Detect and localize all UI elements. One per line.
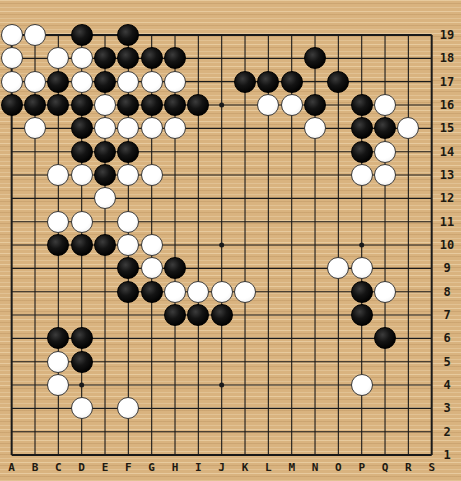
stone-black-P16[interactable] [351,94,373,116]
intersection-S18[interactable] [421,47,443,69]
stone-black-E17[interactable] [94,71,116,93]
intersection-G11[interactable] [141,211,163,233]
intersection-K2[interactable] [234,421,256,443]
intersection-K19[interactable] [234,24,256,46]
intersection-S5[interactable] [421,351,443,373]
intersection-M2[interactable] [281,421,303,443]
intersection-J13[interactable] [211,164,233,186]
intersection-S1[interactable] [421,444,443,466]
intersection-P17[interactable] [351,71,373,93]
intersection-G5[interactable] [141,351,163,373]
intersection-H5[interactable] [164,351,186,373]
intersection-A13[interactable] [1,164,23,186]
stone-white-E16[interactable] [94,94,116,116]
intersection-G3[interactable] [141,397,163,419]
intersection-A2[interactable] [1,421,23,443]
stone-white-G13[interactable] [141,164,163,186]
stone-black-P7[interactable] [351,304,373,326]
stone-black-G18[interactable] [141,47,163,69]
intersection-E19[interactable] [94,24,116,46]
intersection-S14[interactable] [421,141,443,163]
intersection-Q19[interactable] [374,24,396,46]
stone-black-F14[interactable] [117,141,139,163]
intersection-K16[interactable] [234,94,256,116]
intersection-D2[interactable] [71,421,93,443]
intersection-E5[interactable] [94,351,116,373]
stone-black-D15[interactable] [71,117,93,139]
intersection-N7[interactable] [304,304,326,326]
stone-white-C5[interactable] [47,351,69,373]
intersection-M8[interactable] [281,281,303,303]
intersection-P18[interactable] [351,47,373,69]
stone-black-D5[interactable] [71,351,93,373]
intersection-P3[interactable] [351,397,373,419]
intersection-S2[interactable] [421,421,443,443]
intersection-D8[interactable] [71,281,93,303]
stone-black-E13[interactable] [94,164,116,186]
intersection-B14[interactable] [24,141,46,163]
intersection-A7[interactable] [1,304,23,326]
intersection-I11[interactable] [187,211,209,233]
intersection-B2[interactable] [24,421,46,443]
intersection-P6[interactable] [351,327,373,349]
intersection-G19[interactable] [141,24,163,46]
intersection-S15[interactable] [421,117,443,139]
stone-black-G16[interactable] [141,94,163,116]
intersection-D9[interactable] [71,257,93,279]
stone-white-Q16[interactable] [374,94,396,116]
stone-white-D18[interactable] [71,47,93,69]
intersection-G1[interactable] [141,444,163,466]
stone-white-D11[interactable] [71,211,93,233]
intersection-S19[interactable] [421,24,443,46]
intersection-K13[interactable] [234,164,256,186]
stone-black-P14[interactable] [351,141,373,163]
intersection-S12[interactable] [421,187,443,209]
intersection-H10[interactable] [164,234,186,256]
stone-white-K8[interactable] [234,281,256,303]
intersection-H14[interactable] [164,141,186,163]
intersection-S13[interactable] [421,164,443,186]
intersection-E4[interactable] [94,374,116,396]
intersection-B5[interactable] [24,351,46,373]
stone-white-I8[interactable] [187,281,209,303]
intersection-L14[interactable] [257,141,279,163]
stone-white-A17[interactable] [1,71,23,93]
stone-black-O17[interactable] [327,71,349,93]
intersection-C14[interactable] [47,141,69,163]
intersection-L11[interactable] [257,211,279,233]
intersection-S3[interactable] [421,397,443,419]
intersection-A5[interactable] [1,351,23,373]
stone-black-D10[interactable] [71,234,93,256]
intersection-J1[interactable] [211,444,233,466]
intersection-J15[interactable] [211,117,233,139]
intersection-M18[interactable] [281,47,303,69]
intersection-A10[interactable] [1,234,23,256]
intersection-G4[interactable] [141,374,163,396]
intersection-P10[interactable] [351,234,373,256]
intersection-M6[interactable] [281,327,303,349]
stone-white-Q14[interactable] [374,141,396,163]
intersection-M14[interactable] [281,141,303,163]
intersection-S16[interactable] [421,94,443,116]
intersection-J18[interactable] [211,47,233,69]
intersection-A15[interactable] [1,117,23,139]
stone-black-D16[interactable] [71,94,93,116]
intersection-J6[interactable] [211,327,233,349]
intersection-N4[interactable] [304,374,326,396]
intersection-S11[interactable] [421,211,443,233]
intersection-B8[interactable] [24,281,46,303]
stone-black-G8[interactable] [141,281,163,303]
intersection-D1[interactable] [71,444,93,466]
stone-white-F17[interactable] [117,71,139,93]
intersection-N13[interactable] [304,164,326,186]
stone-black-F8[interactable] [117,281,139,303]
intersection-B11[interactable] [24,211,46,233]
intersection-N17[interactable] [304,71,326,93]
intersection-N14[interactable] [304,141,326,163]
intersection-N5[interactable] [304,351,326,373]
intersection-K10[interactable] [234,234,256,256]
intersection-A12[interactable] [1,187,23,209]
intersection-O2[interactable] [327,421,349,443]
intersection-N8[interactable] [304,281,326,303]
intersection-D12[interactable] [71,187,93,209]
intersection-R14[interactable] [397,141,419,163]
intersection-J9[interactable] [211,257,233,279]
stone-black-H16[interactable] [164,94,186,116]
intersection-R8[interactable] [397,281,419,303]
stone-white-A18[interactable] [1,47,23,69]
intersection-A1[interactable] [1,444,23,466]
intersection-A14[interactable] [1,141,23,163]
stone-black-B16[interactable] [24,94,46,116]
intersection-M3[interactable] [281,397,303,419]
stone-black-L17[interactable] [257,71,279,93]
intersection-M5[interactable] [281,351,303,373]
intersection-L2[interactable] [257,421,279,443]
intersection-H19[interactable] [164,24,186,46]
intersection-E7[interactable] [94,304,116,326]
stone-white-H17[interactable] [164,71,186,93]
intersection-E11[interactable] [94,211,116,233]
intersection-M10[interactable] [281,234,303,256]
intersection-K1[interactable] [234,444,256,466]
intersection-N19[interactable] [304,24,326,46]
intersection-H1[interactable] [164,444,186,466]
intersection-Q7[interactable] [374,304,396,326]
intersection-S9[interactable] [421,257,443,279]
intersection-O14[interactable] [327,141,349,163]
intersection-B1[interactable] [24,444,46,466]
intersection-I14[interactable] [187,141,209,163]
intersection-R2[interactable] [397,421,419,443]
intersection-J5[interactable] [211,351,233,373]
stone-black-P15[interactable] [351,117,373,139]
intersection-N1[interactable] [304,444,326,466]
intersection-N2[interactable] [304,421,326,443]
intersection-K4[interactable] [234,374,256,396]
intersection-R5[interactable] [397,351,419,373]
intersection-O5[interactable] [327,351,349,373]
intersection-P1[interactable] [351,444,373,466]
intersection-O11[interactable] [327,211,349,233]
intersection-J3[interactable] [211,397,233,419]
intersection-D4[interactable] [71,374,93,396]
intersection-F2[interactable] [117,421,139,443]
stone-white-D13[interactable] [71,164,93,186]
intersection-G7[interactable] [141,304,163,326]
stone-black-D19[interactable] [71,24,93,46]
intersection-I5[interactable] [187,351,209,373]
stone-black-C17[interactable] [47,71,69,93]
stone-black-P8[interactable] [351,281,373,303]
stone-black-D14[interactable] [71,141,93,163]
intersection-J17[interactable] [211,71,233,93]
intersection-A8[interactable] [1,281,23,303]
intersection-Q5[interactable] [374,351,396,373]
intersection-I2[interactable] [187,421,209,443]
intersection-B10[interactable] [24,234,46,256]
stone-white-G10[interactable] [141,234,163,256]
intersection-R17[interactable] [397,71,419,93]
stone-white-Q8[interactable] [374,281,396,303]
intersection-C8[interactable] [47,281,69,303]
intersection-J12[interactable] [211,187,233,209]
intersection-Q2[interactable] [374,421,396,443]
intersection-R11[interactable] [397,211,419,233]
stone-black-D6[interactable] [71,327,93,349]
intersection-H4[interactable] [164,374,186,396]
intersection-Q17[interactable] [374,71,396,93]
stone-white-Q13[interactable] [374,164,396,186]
intersection-P19[interactable] [351,24,373,46]
intersection-K11[interactable] [234,211,256,233]
intersection-A6[interactable] [1,327,23,349]
stone-black-K17[interactable] [234,71,256,93]
intersection-G12[interactable] [141,187,163,209]
stone-black-N16[interactable] [304,94,326,116]
intersection-H2[interactable] [164,421,186,443]
stone-white-B17[interactable] [24,71,46,93]
intersection-M1[interactable] [281,444,303,466]
intersection-L5[interactable] [257,351,279,373]
intersection-S17[interactable] [421,71,443,93]
stone-white-M16[interactable] [281,94,303,116]
intersection-K5[interactable] [234,351,256,373]
stone-black-M17[interactable] [281,71,303,93]
intersection-N11[interactable] [304,211,326,233]
intersection-S6[interactable] [421,327,443,349]
intersection-F5[interactable] [117,351,139,373]
intersection-J10[interactable] [211,234,233,256]
intersection-J2[interactable] [211,421,233,443]
intersection-I17[interactable] [187,71,209,93]
intersection-O8[interactable] [327,281,349,303]
intersection-M19[interactable] [281,24,303,46]
intersection-E1[interactable] [94,444,116,466]
stone-white-P9[interactable] [351,257,373,279]
intersection-A4[interactable] [1,374,23,396]
stone-black-E10[interactable] [94,234,116,256]
intersection-M13[interactable] [281,164,303,186]
intersection-K7[interactable] [234,304,256,326]
intersection-G14[interactable] [141,141,163,163]
intersection-Q10[interactable] [374,234,396,256]
intersection-S7[interactable] [421,304,443,326]
intersection-E2[interactable] [94,421,116,443]
intersection-M11[interactable] [281,211,303,233]
intersection-A11[interactable] [1,211,23,233]
intersection-P2[interactable] [351,421,373,443]
intersection-S10[interactable] [421,234,443,256]
stone-white-D17[interactable] [71,71,93,93]
intersection-A3[interactable] [1,397,23,419]
go-board-screen: ABCDEFGHIJKLMNOPQRS 19181716151413121110… [0,0,461,481]
stone-white-G15[interactable] [141,117,163,139]
intersection-S4[interactable] [421,374,443,396]
stone-white-P4[interactable] [351,374,373,396]
stone-white-F11[interactable] [117,211,139,233]
intersection-D7[interactable] [71,304,93,326]
stone-white-G9[interactable] [141,257,163,279]
intersection-K14[interactable] [234,141,256,163]
intersection-M9[interactable] [281,257,303,279]
intersection-H13[interactable] [164,164,186,186]
stone-white-B19[interactable] [24,24,46,46]
stone-black-J7[interactable] [211,304,233,326]
stone-white-C11[interactable] [47,211,69,233]
intersection-P11[interactable] [351,211,373,233]
stone-white-H8[interactable] [164,281,186,303]
intersection-L8[interactable] [257,281,279,303]
intersection-Q1[interactable] [374,444,396,466]
intersection-A9[interactable] [1,257,23,279]
intersection-B13[interactable] [24,164,46,186]
stone-white-G17[interactable] [141,71,163,93]
intersection-Q4[interactable] [374,374,396,396]
intersection-J11[interactable] [211,211,233,233]
stone-white-P13[interactable] [351,164,373,186]
stone-white-A19[interactable] [1,24,23,46]
stone-black-A16[interactable] [1,94,23,116]
intersection-E8[interactable] [94,281,116,303]
stone-black-H7[interactable] [164,304,186,326]
intersection-J14[interactable] [211,141,233,163]
intersection-P12[interactable] [351,187,373,209]
intersection-M4[interactable] [281,374,303,396]
intersection-P5[interactable] [351,351,373,373]
intersection-B4[interactable] [24,374,46,396]
stone-black-E14[interactable] [94,141,116,163]
intersection-M15[interactable] [281,117,303,139]
intersection-N10[interactable] [304,234,326,256]
intersection-H11[interactable] [164,211,186,233]
intersection-M7[interactable] [281,304,303,326]
stone-white-J8[interactable] [211,281,233,303]
intersection-B7[interactable] [24,304,46,326]
intersection-J19[interactable] [211,24,233,46]
intersection-S8[interactable] [421,281,443,303]
intersection-M12[interactable] [281,187,303,209]
intersection-G2[interactable] [141,421,163,443]
stone-white-D3[interactable] [71,397,93,419]
intersection-J4[interactable] [211,374,233,396]
intersection-G6[interactable] [141,327,163,349]
intersection-C2[interactable] [47,421,69,443]
intersection-Q11[interactable] [374,211,396,233]
intersection-J16[interactable] [211,94,233,116]
